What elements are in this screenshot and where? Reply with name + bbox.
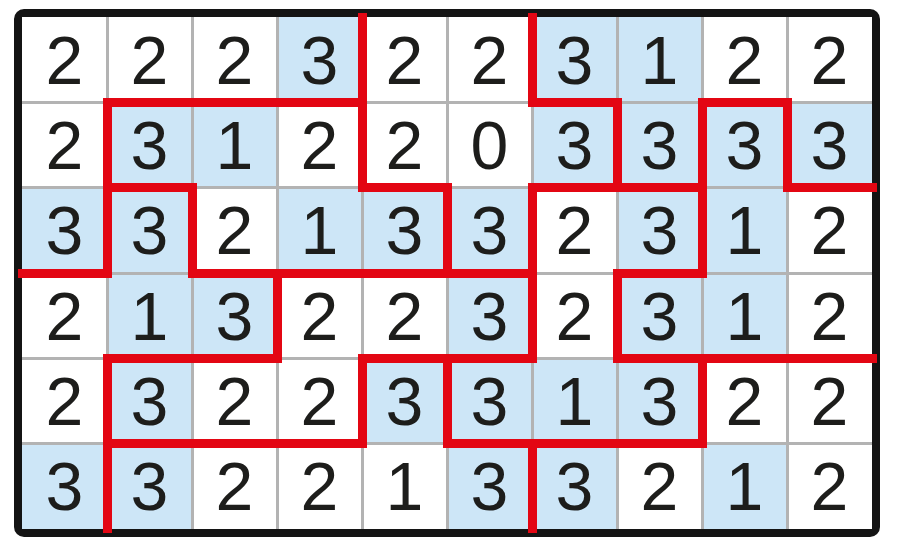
cell-clue: 1 — [386, 447, 424, 525]
cell-r2c4[interactable]: 2 — [277, 102, 362, 187]
cell-clue: 1 — [216, 106, 254, 184]
cell-clue: 3 — [46, 191, 84, 269]
cell-clue: 2 — [641, 447, 679, 525]
cell-r6c9[interactable]: 1 — [702, 444, 787, 529]
cell-r6c4[interactable]: 2 — [277, 444, 362, 529]
cell-r1c4[interactable]: 3 — [277, 17, 362, 102]
cell-clue: 1 — [726, 191, 764, 269]
cell-r5c7[interactable]: 1 — [532, 358, 617, 443]
cell-r1c10[interactable]: 2 — [787, 17, 872, 102]
cell-clue: 3 — [641, 106, 679, 184]
cell-clue: 2 — [216, 362, 254, 440]
cell-r3c1[interactable]: 3 — [22, 188, 107, 273]
cell-clue: 2 — [216, 191, 254, 269]
cell-r1c8[interactable]: 1 — [617, 17, 702, 102]
cell-clue: 3 — [301, 21, 339, 99]
cell-r5c6[interactable]: 3 — [447, 358, 532, 443]
cell-clue: 3 — [46, 447, 84, 525]
cell-r5c2[interactable]: 3 — [107, 358, 192, 443]
cell-clue: 2 — [301, 362, 339, 440]
cell-r4c1[interactable]: 2 — [22, 273, 107, 358]
cell-r2c8[interactable]: 3 — [617, 102, 702, 187]
cell-r1c7[interactable]: 3 — [532, 17, 617, 102]
cell-r4c8[interactable]: 3 — [617, 273, 702, 358]
cell-r1c6[interactable]: 2 — [447, 17, 532, 102]
cell-clue: 2 — [46, 277, 84, 355]
cell-clue: 3 — [131, 191, 169, 269]
cell-clue: 2 — [471, 21, 509, 99]
cell-clue: 2 — [216, 447, 254, 525]
cell-clue: 3 — [641, 191, 679, 269]
cell-clue: 2 — [726, 21, 764, 99]
cell-r6c1[interactable]: 3 — [22, 444, 107, 529]
cell-r2c10[interactable]: 3 — [787, 102, 872, 187]
cell-clue: 2 — [131, 21, 169, 99]
cell-clue: 1 — [726, 447, 764, 525]
cell-clue: 2 — [46, 362, 84, 440]
cell-clue: 3 — [386, 191, 424, 269]
cell-r6c5[interactable]: 1 — [362, 444, 447, 529]
cell-r2c1[interactable]: 2 — [22, 102, 107, 187]
cell-clue: 2 — [216, 21, 254, 99]
cell-r5c1[interactable]: 2 — [22, 358, 107, 443]
cell-r5c4[interactable]: 2 — [277, 358, 362, 443]
cell-clue: 2 — [301, 277, 339, 355]
cell-clue: 3 — [216, 277, 254, 355]
cell-clue: 1 — [556, 362, 594, 440]
cell-clue: 3 — [386, 362, 424, 440]
cell-r6c7[interactable]: 3 — [532, 444, 617, 529]
cell-clue: 2 — [811, 362, 849, 440]
cell-r4c3[interactable]: 3 — [192, 273, 277, 358]
cell-r6c2[interactable]: 3 — [107, 444, 192, 529]
cell-clue: 1 — [131, 277, 169, 355]
cell-r3c8[interactable]: 3 — [617, 188, 702, 273]
puzzle-board: 2223223122231220333333213323122132232312… — [14, 9, 880, 537]
cell-clue: 2 — [811, 277, 849, 355]
cell-r2c6[interactable]: 0 — [447, 102, 532, 187]
cell-r4c10[interactable]: 2 — [787, 273, 872, 358]
cell-r1c5[interactable]: 2 — [362, 17, 447, 102]
cell-r3c4[interactable]: 1 — [277, 188, 362, 273]
cell-r3c3[interactable]: 2 — [192, 188, 277, 273]
cell-r3c10[interactable]: 2 — [787, 188, 872, 273]
cell-clue: 3 — [811, 106, 849, 184]
cell-r3c7[interactable]: 2 — [532, 188, 617, 273]
cell-clue: 2 — [301, 106, 339, 184]
cell-clue: 2 — [46, 21, 84, 99]
cell-r5c9[interactable]: 2 — [702, 358, 787, 443]
cell-r2c2[interactable]: 3 — [107, 102, 192, 187]
cell-clue: 3 — [131, 447, 169, 525]
cell-clue: 2 — [811, 447, 849, 525]
cell-clue: 3 — [556, 447, 594, 525]
cell-clue: 1 — [301, 191, 339, 269]
cell-clue: 3 — [471, 362, 509, 440]
cell-clue: 3 — [471, 191, 509, 269]
puzzle-page: 2223223122231220333333213323122132232312… — [0, 0, 900, 553]
cell-clue: 1 — [726, 277, 764, 355]
cell-r1c2[interactable]: 2 — [107, 17, 192, 102]
cell-clue: 2 — [811, 21, 849, 99]
cell-r4c2[interactable]: 1 — [107, 273, 192, 358]
cell-clue: 0 — [471, 106, 509, 184]
cell-r6c6[interactable]: 3 — [447, 444, 532, 529]
cell-r3c6[interactable]: 3 — [447, 188, 532, 273]
cell-clue: 2 — [556, 191, 594, 269]
cell-r1c9[interactable]: 2 — [702, 17, 787, 102]
cell-clue: 2 — [811, 191, 849, 269]
cell-clue: 1 — [641, 21, 679, 99]
cell-clue: 3 — [471, 447, 509, 525]
cell-r2c3[interactable]: 1 — [192, 102, 277, 187]
cell-clue: 3 — [131, 362, 169, 440]
cell-clue: 2 — [556, 277, 594, 355]
cell-clue: 2 — [386, 277, 424, 355]
cell-r2c7[interactable]: 3 — [532, 102, 617, 187]
cell-r5c3[interactable]: 2 — [192, 358, 277, 443]
cell-r6c8[interactable]: 2 — [617, 444, 702, 529]
cell-r4c5[interactable]: 2 — [362, 273, 447, 358]
cell-clue: 3 — [131, 106, 169, 184]
cell-clue: 3 — [726, 106, 764, 184]
cell-r2c5[interactable]: 2 — [362, 102, 447, 187]
cell-clue: 3 — [641, 277, 679, 355]
cell-clue: 2 — [726, 362, 764, 440]
cell-clue: 3 — [641, 362, 679, 440]
cell-r5c10[interactable]: 2 — [787, 358, 872, 443]
cell-clue: 3 — [556, 21, 594, 99]
cell-r5c5[interactable]: 3 — [362, 358, 447, 443]
cell-r1c3[interactable]: 2 — [192, 17, 277, 102]
cell-clue: 3 — [556, 106, 594, 184]
cell-r4c9[interactable]: 1 — [702, 273, 787, 358]
cell-r3c9[interactable]: 1 — [702, 188, 787, 273]
cell-r4c6[interactable]: 3 — [447, 273, 532, 358]
cell-r2c9[interactable]: 3 — [702, 102, 787, 187]
cell-r6c3[interactable]: 2 — [192, 444, 277, 529]
cell-clue: 2 — [386, 21, 424, 99]
cell-clue: 3 — [471, 277, 509, 355]
cell-r3c2[interactable]: 3 — [107, 188, 192, 273]
cell-clue: 2 — [386, 106, 424, 184]
cell-clue: 2 — [301, 447, 339, 525]
cell-r6c10[interactable]: 2 — [787, 444, 872, 529]
cell-r4c4[interactable]: 2 — [277, 273, 362, 358]
cell-r1c1[interactable]: 2 — [22, 17, 107, 102]
cell-clue: 2 — [46, 106, 84, 184]
cell-r5c8[interactable]: 3 — [617, 358, 702, 443]
cell-r3c5[interactable]: 3 — [362, 188, 447, 273]
cell-r4c7[interactable]: 2 — [532, 273, 617, 358]
